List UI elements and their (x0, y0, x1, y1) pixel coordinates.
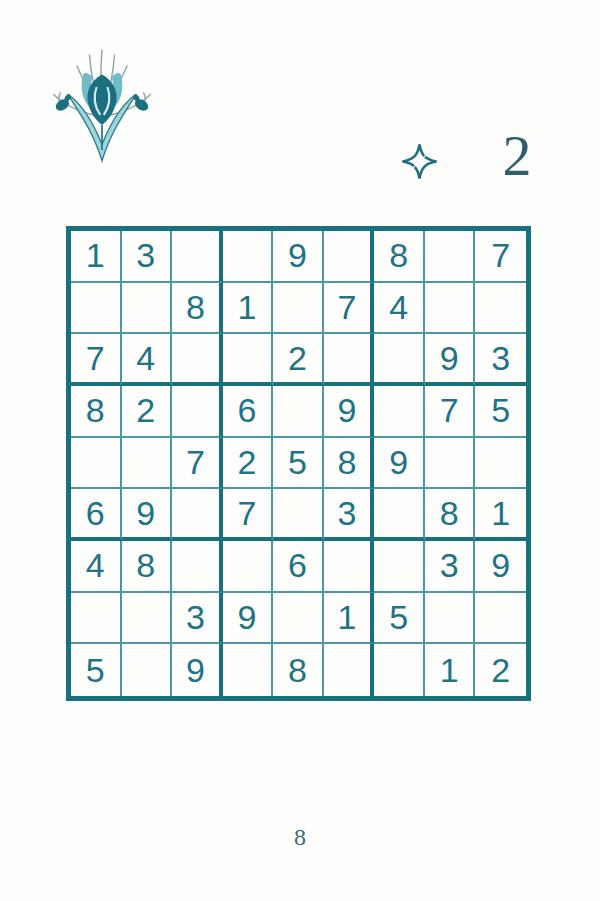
sudoku-cell-r3c9[interactable]: 3 (475, 334, 526, 386)
four-pointed-star-icon (401, 143, 438, 180)
sudoku-cell-r6c5[interactable] (273, 489, 324, 541)
sudoku-cell-r5c1[interactable] (71, 438, 122, 490)
sudoku-cell-r1c5[interactable]: 9 (273, 231, 324, 283)
sudoku-cell-r9c9[interactable]: 2 (475, 644, 526, 696)
sudoku-cell-r3c1[interactable]: 7 (71, 334, 122, 386)
sudoku-cell-r7c4[interactable] (223, 541, 274, 593)
sudoku-cell-r2c5[interactable] (273, 283, 324, 335)
sudoku-cell-r4c8[interactable]: 7 (425, 386, 476, 438)
sudoku-cell-r9c7[interactable] (374, 644, 425, 696)
sudoku-cell-r7c3[interactable] (172, 541, 223, 593)
sudoku-cell-r4c1[interactable]: 8 (71, 386, 122, 438)
sudoku-cell-r1c9[interactable]: 7 (475, 231, 526, 283)
sudoku-cell-r8c7[interactable]: 5 (374, 593, 425, 645)
sudoku-cell-r6c7[interactable] (374, 489, 425, 541)
sudoku-cell-r1c4[interactable] (223, 231, 274, 283)
sudoku-cell-r7c6[interactable] (324, 541, 375, 593)
sudoku-cell-r8c9[interactable] (475, 593, 526, 645)
sudoku-cell-r3c8[interactable]: 9 (425, 334, 476, 386)
sudoku-cell-r1c3[interactable] (172, 231, 223, 283)
sudoku-cell-r1c1[interactable]: 1 (71, 231, 122, 283)
sudoku-cell-r6c1[interactable]: 6 (71, 489, 122, 541)
sudoku-cell-r9c1[interactable]: 5 (71, 644, 122, 696)
sudoku-cell-r7c8[interactable]: 3 (425, 541, 476, 593)
sudoku-cell-r4c9[interactable]: 5 (475, 386, 526, 438)
sudoku-cell-r2c6[interactable]: 7 (324, 283, 375, 335)
sudoku-cell-r8c3[interactable]: 3 (172, 593, 223, 645)
page-number: 8 (0, 824, 600, 851)
sudoku-cell-r8c5[interactable] (273, 593, 324, 645)
sudoku-cell-r2c3[interactable]: 8 (172, 283, 223, 335)
sudoku-cell-r5c6[interactable]: 8 (324, 438, 375, 490)
sudoku-cell-r8c1[interactable] (71, 593, 122, 645)
sudoku-cell-r6c3[interactable] (172, 489, 223, 541)
sudoku-cell-r5c5[interactable]: 5 (273, 438, 324, 490)
sudoku-cell-r3c7[interactable] (374, 334, 425, 386)
sudoku-cell-r5c9[interactable] (475, 438, 526, 490)
sudoku-cell-r9c3[interactable]: 9 (172, 644, 223, 696)
sudoku-grid: 1398781747429382697572589697381486393915… (66, 226, 531, 701)
sudoku-cell-r1c6[interactable] (324, 231, 375, 283)
sudoku-cell-r3c4[interactable] (223, 334, 274, 386)
sudoku-cell-r4c6[interactable]: 9 (324, 386, 375, 438)
sudoku-cell-r7c1[interactable]: 4 (71, 541, 122, 593)
sudoku-cell-r8c4[interactable]: 9 (223, 593, 274, 645)
sudoku-cell-r6c9[interactable]: 1 (475, 489, 526, 541)
sudoku-cell-r7c9[interactable]: 9 (475, 541, 526, 593)
tulip-ornament (38, 42, 166, 177)
sudoku-cell-r5c7[interactable]: 9 (374, 438, 425, 490)
sudoku-cell-r2c7[interactable]: 4 (374, 283, 425, 335)
sudoku-cell-r6c8[interactable]: 8 (425, 489, 476, 541)
sudoku-cell-r2c1[interactable] (71, 283, 122, 335)
sudoku-cell-r4c5[interactable] (273, 386, 324, 438)
sudoku-cell-r2c2[interactable] (122, 283, 173, 335)
sudoku-cell-r1c7[interactable]: 8 (374, 231, 425, 283)
sudoku-cell-r6c2[interactable]: 9 (122, 489, 173, 541)
sudoku-cell-r9c5[interactable]: 8 (273, 644, 324, 696)
sudoku-cell-r3c5[interactable]: 2 (273, 334, 324, 386)
sudoku-cell-r9c8[interactable]: 1 (425, 644, 476, 696)
sudoku-cell-r3c6[interactable] (324, 334, 375, 386)
sudoku-cell-r2c9[interactable] (475, 283, 526, 335)
sudoku-cell-r5c8[interactable] (425, 438, 476, 490)
sudoku-cell-r5c2[interactable] (122, 438, 173, 490)
sudoku-cell-r3c3[interactable] (172, 334, 223, 386)
sudoku-cell-r7c5[interactable]: 6 (273, 541, 324, 593)
sudoku-cell-r5c4[interactable]: 2 (223, 438, 274, 490)
sudoku-cell-r4c7[interactable] (374, 386, 425, 438)
tulip-ornament-icon (38, 42, 166, 177)
sudoku-cell-r1c2[interactable]: 3 (122, 231, 173, 283)
sudoku-cell-r9c6[interactable] (324, 644, 375, 696)
sudoku-cell-r7c7[interactable] (374, 541, 425, 593)
sudoku-cell-r8c8[interactable] (425, 593, 476, 645)
puzzle-number: 2 (492, 126, 542, 187)
sudoku-cell-r8c2[interactable] (122, 593, 173, 645)
sudoku-cell-r6c4[interactable]: 7 (223, 489, 274, 541)
sudoku-cell-r4c3[interactable] (172, 386, 223, 438)
sudoku-cell-r1c8[interactable] (425, 231, 476, 283)
sudoku-cell-r8c6[interactable]: 1 (324, 593, 375, 645)
sudoku-cell-r3c2[interactable]: 4 (122, 334, 173, 386)
sudoku-cell-r7c2[interactable]: 8 (122, 541, 173, 593)
sudoku-cell-r5c3[interactable]: 7 (172, 438, 223, 490)
sudoku-cell-r9c2[interactable] (122, 644, 173, 696)
sudoku-cell-r4c2[interactable]: 2 (122, 386, 173, 438)
sudoku-cell-r4c4[interactable]: 6 (223, 386, 274, 438)
sudoku-cell-r2c4[interactable]: 1 (223, 283, 274, 335)
sudoku-cell-r9c4[interactable] (223, 644, 274, 696)
sudoku-cell-r2c8[interactable] (425, 283, 476, 335)
sudoku-cell-r6c6[interactable]: 3 (324, 489, 375, 541)
